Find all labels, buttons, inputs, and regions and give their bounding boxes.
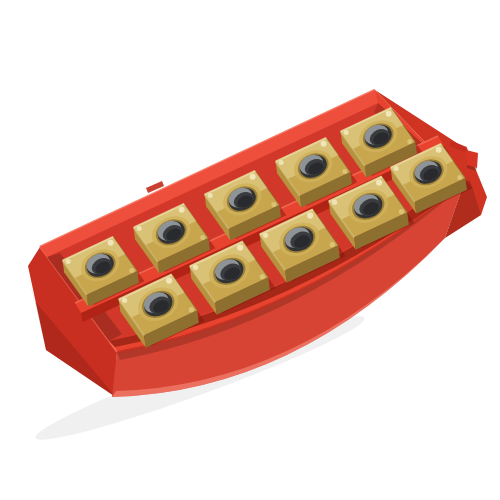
photo-canvas [0, 0, 500, 500]
product-photo [0, 0, 500, 500]
